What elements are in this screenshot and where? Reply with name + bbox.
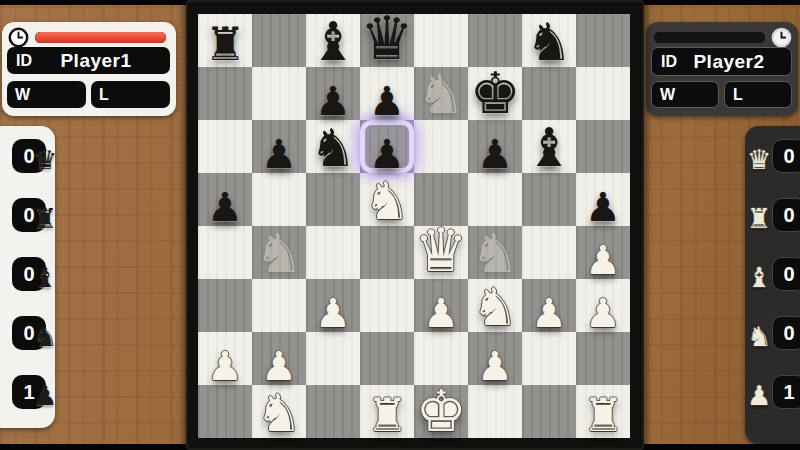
square-f5[interactable] [468, 173, 522, 226]
captured-queen-count: 0 [772, 139, 800, 173]
square-a1[interactable] [198, 385, 252, 438]
player2-id-label: ID [652, 53, 677, 71]
white-queen-e4[interactable]: ♛ [414, 226, 468, 279]
player2-name: Player2 [677, 51, 791, 73]
captured-black-queen-row: 0♛ [0, 139, 55, 175]
player2-timer-row [651, 27, 793, 49]
captured-white-rook-row: ♜0 [745, 198, 800, 234]
square-c1[interactable] [306, 385, 360, 438]
square-g7[interactable] [522, 67, 576, 120]
square-e8[interactable] [414, 14, 468, 67]
captured-white-bishop-row: ♝0 [745, 257, 800, 293]
chess-board: ♜♝♛♞♟♟♚♟♞♟♟♝♟♞♟♛♟♟♟♞♟♟♟♟♟♞♜♚♜♞♞♞ [198, 14, 630, 438]
player2-card: ID Player2 W L [646, 22, 798, 116]
player2-wins-label: W [660, 86, 675, 104]
white-pawn-f2[interactable]: ♟ [468, 332, 522, 385]
ghost-white-knight-b4: ♞ [252, 226, 306, 279]
player2-wins-box: W [651, 81, 719, 108]
square-c4[interactable] [306, 226, 360, 279]
captured-rook-count: 0 [772, 198, 800, 232]
square-g4[interactable] [522, 226, 576, 279]
player2-id-box: ID Player2 [651, 47, 792, 76]
square-h8[interactable] [576, 14, 630, 67]
square-d3[interactable] [360, 279, 414, 332]
captured-white-pieces-tray: ♛0♜0♝0♞0♟1 [745, 126, 800, 444]
player2-timer-fill [654, 32, 765, 43]
white-knight-f3[interactable]: ♞ [468, 279, 522, 332]
white-pawn-icon: ♟ [747, 382, 771, 409]
square-b3[interactable] [252, 279, 306, 332]
square-c2[interactable] [306, 332, 360, 385]
black-pawn-d7[interactable]: ♟ [360, 67, 414, 120]
white-king-e1[interactable]: ♚ [414, 385, 468, 438]
square-c5[interactable] [306, 173, 360, 226]
player1-id-label: ID [7, 52, 32, 70]
white-knight-b1[interactable]: ♞ [252, 385, 306, 438]
captured-bishop-count: 0 [772, 257, 800, 291]
captured-black-rook-row: 0♜ [0, 198, 55, 234]
white-pawn-h3[interactable]: ♟ [576, 279, 630, 332]
captured-black-pawn-row: 1♟ [0, 375, 55, 411]
captured-pawn-count: 1 [772, 375, 800, 409]
player2-timer-track [654, 32, 765, 43]
player1-card: ID Player1 W L [2, 22, 176, 116]
black-knight-c6[interactable]: ♞ [306, 120, 360, 173]
white-pawn-b2[interactable]: ♟ [252, 332, 306, 385]
white-pawn-h4[interactable]: ♟ [576, 226, 630, 279]
captured-white-queen-row: ♛0 [745, 139, 800, 175]
square-g2[interactable] [522, 332, 576, 385]
player2-losses-box: L [724, 81, 792, 108]
white-pawn-a2[interactable]: ♟ [198, 332, 252, 385]
white-knight-icon: ♞ [747, 323, 771, 350]
captured-white-knight-row: ♞0 [745, 316, 800, 352]
black-pawn-c7[interactable]: ♟ [306, 67, 360, 120]
square-d2[interactable] [360, 332, 414, 385]
player1-wins-label: W [15, 86, 30, 104]
square-a3[interactable] [198, 279, 252, 332]
square-b7[interactable] [252, 67, 306, 120]
black-knight-icon: ♞ [33, 323, 57, 350]
square-a6[interactable] [198, 120, 252, 173]
clock-icon [8, 27, 29, 48]
square-b5[interactable] [252, 173, 306, 226]
black-rook-icon: ♜ [33, 205, 57, 232]
black-pawn-b6[interactable]: ♟ [252, 120, 306, 173]
square-h2[interactable] [576, 332, 630, 385]
black-pawn-h5[interactable]: ♟ [576, 173, 630, 226]
square-h7[interactable] [576, 67, 630, 120]
captured-white-pawn-row: ♟1 [745, 375, 800, 411]
white-pawn-e3[interactable]: ♟ [414, 279, 468, 332]
square-b8[interactable] [252, 14, 306, 67]
black-rook-a8[interactable]: ♜ [198, 14, 252, 67]
black-pawn-f6[interactable]: ♟ [468, 120, 522, 173]
player1-timer-track [35, 32, 166, 43]
white-knight-d5[interactable]: ♞ [360, 173, 414, 226]
captured-black-pieces-tray: 0♛0♜0♝0♞1♟ [0, 126, 55, 428]
captured-black-knight-row: 0♞ [0, 316, 55, 352]
black-queen-d8[interactable]: ♛ [360, 14, 414, 67]
player2-losses-label: L [733, 86, 743, 104]
player1-timer-row [7, 27, 171, 49]
black-knight-g8[interactable]: ♞ [522, 14, 576, 67]
white-pawn-g3[interactable]: ♟ [522, 279, 576, 332]
square-g1[interactable] [522, 385, 576, 438]
player1-timer-fill [35, 32, 166, 43]
square-f1[interactable] [468, 385, 522, 438]
square-e6[interactable] [414, 120, 468, 173]
player1-name: Player1 [32, 50, 170, 72]
black-bishop-icon: ♝ [33, 264, 57, 291]
square-a4[interactable] [198, 226, 252, 279]
square-a7[interactable] [198, 67, 252, 120]
ghost-white-knight-f4: ♞ [468, 226, 522, 279]
white-rook-d1[interactable]: ♜ [360, 385, 414, 438]
black-pawn-icon: ♟ [33, 382, 57, 409]
white-bishop-icon: ♝ [747, 264, 771, 291]
board-frame: ♜♝♛♞♟♟♚♟♞♟♟♝♟♞♟♛♟♟♟♞♟♟♟♟♟♞♜♚♜♞♞♞ [186, 0, 644, 450]
square-d4[interactable] [360, 226, 414, 279]
player1-wins-box: W [7, 81, 86, 108]
black-bishop-c8[interactable]: ♝ [306, 14, 360, 67]
player1-losses-box: L [91, 81, 170, 108]
white-rook-icon: ♜ [747, 205, 771, 232]
clock-icon [771, 27, 792, 48]
white-pawn-c3[interactable]: ♟ [306, 279, 360, 332]
captured-knight-count: 0 [772, 316, 800, 350]
square-g5[interactable] [522, 173, 576, 226]
square-h6[interactable] [576, 120, 630, 173]
white-queen-icon: ♛ [747, 146, 771, 173]
black-pawn-d6[interactable]: ♟ [360, 120, 414, 173]
captured-black-bishop-row: 0♝ [0, 257, 55, 293]
black-queen-icon: ♛ [33, 146, 57, 173]
white-rook-h1[interactable]: ♜ [576, 385, 630, 438]
black-bishop-g6[interactable]: ♝ [522, 120, 576, 173]
black-pawn-a5[interactable]: ♟ [198, 173, 252, 226]
ghost-white-knight-e7: ♞ [414, 67, 468, 120]
black-king-f7[interactable]: ♚ [468, 67, 522, 120]
player1-id-box: ID Player1 [7, 47, 170, 74]
player1-losses-label: L [99, 86, 109, 104]
